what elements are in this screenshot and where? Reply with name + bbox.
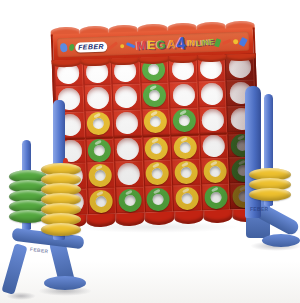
banner-title: MEGA4INLINE [136,36,214,51]
scallop-bump [115,212,145,226]
cell-r6c5 [172,185,201,212]
empty-hole-r4c3[interactable] [117,138,140,161]
title-letter: G [156,38,167,51]
yellow-ring-r4c4[interactable] [145,136,169,160]
confetti-piece [69,43,75,51]
cell-r6c4 [144,186,173,213]
scallop-bump [52,60,81,68]
cell-r3c6 [198,106,227,133]
left-rear-leg [1,243,27,295]
right-yellow-ring-stack [249,171,291,201]
empty-hole-r2c3[interactable] [115,85,138,108]
green-ring-r6c6[interactable] [204,185,228,209]
yellow-ring-r4c5[interactable] [173,136,197,160]
scallop-bump [139,57,168,65]
title-letter: 4 [176,37,187,50]
green-ring-r3c5[interactable] [173,109,197,133]
yellow-ring-r5c6[interactable] [203,159,227,183]
title-letter: M [136,38,147,51]
title-letter: A [167,38,176,50]
empty-hole-r2c2[interactable] [86,86,109,109]
cell-r2c4 [140,82,169,109]
cell-r4c4 [142,134,171,161]
title-letter: IN [187,37,195,49]
confetti-piece [59,43,68,53]
confetti-piece [233,39,238,44]
confetti-left [60,43,74,52]
cell-r6c3 [115,187,144,214]
scallop-bump [81,59,110,67]
cell-r4c2 [85,136,114,163]
right-base-embossed-logo: FEBER [250,206,268,212]
scallop-bump [203,209,233,223]
scallop-bump [86,213,116,227]
cell-r4c3 [113,135,142,162]
banner-sticker: FEBER MEGA4INLINE [57,32,250,58]
green-ring-r6c4[interactable] [147,187,171,211]
confetti-piece [214,38,221,47]
cell-r2c6 [197,80,226,107]
cell-r5c6 [200,158,229,185]
cell-r3c4 [141,108,170,135]
confetti-right [215,37,246,46]
cell-r3c5 [170,107,199,134]
left-base-embossed-logo: FEBER [30,246,49,254]
empty-hole-r3c6[interactable] [202,108,225,131]
board-grid [52,53,261,215]
cell-r5c4 [143,160,172,187]
cell-r2c2 [83,84,112,111]
yellow-ring-r3c4[interactable] [144,110,168,134]
green-ring-r2c4[interactable] [143,84,167,108]
green-ring-r4c2[interactable] [88,138,112,162]
product-photo-mega-4-in-line: FEBER MEGA4INLINE FEBER FEBER [0,0,300,303]
scallop-bump [168,56,197,64]
cell-r6c2 [87,188,116,215]
empty-hole-r4c6[interactable] [203,135,226,158]
cell-r4c5 [171,133,200,160]
confetti-piece [108,41,119,50]
confetti-mid [108,43,136,48]
empty-hole-r3c3[interactable] [116,111,139,134]
cell-r5c2 [86,162,115,189]
yellow-ring-r5c5[interactable] [174,160,198,184]
storage-ring [249,188,291,201]
cell-r5c5 [172,159,201,186]
yellow-ring-r6c5[interactable] [175,186,199,210]
cell-r2c3 [112,83,141,110]
scallop-bump [197,54,226,62]
empty-hole-r2c5[interactable] [172,83,195,106]
empty-hole-r2c6[interactable] [201,82,224,105]
yellow-ring-r5c2[interactable] [89,163,113,187]
cell-r5c3 [114,161,143,188]
cell-r3c3 [113,109,142,136]
confetti-piece [121,44,125,48]
scallop-bump [226,53,255,61]
yellow-ring-r3c2[interactable] [87,112,111,136]
title-letter: LINE [195,36,214,50]
yellow-ring-r5c4[interactable] [146,161,170,185]
cell-r3c2 [84,110,113,137]
yellow-ring-r6c2[interactable] [90,189,114,213]
green-ring-r6c3[interactable] [118,188,142,212]
cell-r6c6 [201,184,230,211]
cell-r4c6 [199,132,228,159]
storage-ring [41,223,81,236]
left-yellow-ring-stack [41,166,81,236]
empty-hole-r5c3[interactable] [118,163,141,186]
confetti-piece [222,39,231,45]
scallop-bump [144,211,174,225]
scallop-bump [110,58,139,66]
confetti-piece [239,36,248,46]
right-foot-pad [262,234,300,247]
left-foot-pad [44,276,86,290]
title-letter: E [147,39,155,51]
confetti-piece [126,42,135,48]
scallop-bump [174,210,204,224]
cell-r2c5 [169,81,198,108]
feber-logo: FEBER [75,41,107,52]
connect-four-board: FEBER MEGA4INLINE [51,21,262,230]
